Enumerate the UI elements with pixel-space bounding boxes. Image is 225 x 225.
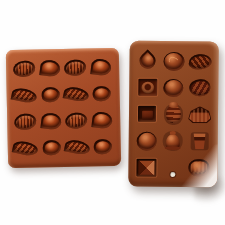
scallop-shell-chocolate (14, 62, 33, 76)
onion-drop-cavity (136, 50, 159, 73)
round-ball-chocolate (138, 133, 155, 149)
snail-shell-chocolate (95, 88, 109, 99)
cavity-conch-drop (37, 55, 63, 82)
scallop-shell-cavity (65, 112, 89, 131)
cavity-conch-drop (88, 54, 114, 81)
spiral-horn-chocolate (65, 88, 87, 101)
cavity-pot (186, 128, 213, 155)
product-photo (0, 0, 225, 225)
rose-swirl-cavity (190, 80, 211, 97)
oval-dome-cavity (189, 159, 210, 176)
spiral-horn-cavity (64, 139, 91, 157)
round-dome-cavity (164, 79, 184, 97)
pot-cavity (190, 132, 208, 150)
round-ball-cavity (137, 131, 157, 150)
left-mold-grid (11, 54, 116, 162)
fan-shell-cavity (188, 106, 211, 123)
cavity-spiral-horn (64, 134, 90, 161)
ridged-log-cavity (188, 53, 212, 70)
bell-chocolate (166, 134, 180, 148)
onion-drop-chocolate (139, 53, 156, 70)
cavity-conch-drop (89, 107, 115, 134)
figurine-cavity (164, 104, 183, 125)
spiral-horn-chocolate (13, 89, 35, 102)
cavity-spiral-horn (11, 82, 37, 109)
cavity-ring-in-square (134, 74, 161, 101)
square-block-cavity (137, 105, 157, 123)
conch-drop-cavity (90, 58, 112, 76)
cavity-pyramid (133, 154, 160, 181)
cavity-hang-hole (160, 154, 187, 181)
cavity-scallop-shell (11, 56, 37, 83)
cavity-scallop-shell (12, 109, 38, 136)
square-block-chocolate (142, 111, 153, 120)
oval-dome-chocolate (191, 161, 208, 174)
round-truffle-chocolate (165, 53, 183, 69)
pyramid-chocolate (139, 160, 155, 174)
cavity-scallop-shell (62, 54, 88, 81)
cavity-oval-dome (186, 155, 213, 182)
spiral-horn-cavity (63, 86, 90, 104)
scallop-shell-cavity (13, 113, 37, 132)
cavity-onion-drop (134, 48, 161, 75)
cavity-ridged-log (187, 48, 214, 75)
snail-shell-chocolate (96, 141, 110, 152)
rose-swirl-chocolate (191, 81, 209, 95)
pyramid-cavity (135, 157, 157, 177)
scallop-shell-cavity (64, 59, 88, 78)
conch-drop-chocolate (93, 61, 110, 75)
conch-drop-chocolate (94, 114, 111, 128)
fan-shell-chocolate (189, 107, 210, 122)
scallop-shell-chocolate (15, 115, 34, 129)
spiral-horn-chocolate (66, 141, 88, 154)
bell-cavity (163, 131, 183, 151)
conch-drop-cavity (92, 111, 114, 129)
rect-assorted-mold (128, 41, 219, 188)
spiral-horn-cavity (11, 87, 38, 105)
cavity-spiral-horn (13, 135, 39, 162)
cavity-snail-shell (89, 80, 115, 107)
conch-drop-chocolate (42, 115, 59, 129)
conch-drop-cavity (40, 112, 62, 130)
cavity-spiral-horn (63, 81, 89, 108)
cavity-bell (160, 128, 187, 155)
ring-in-square-chocolate (141, 82, 154, 94)
cavity-square-block (134, 101, 161, 128)
cavity-scallop-shell (64, 107, 90, 134)
cavity-snail-shell (38, 134, 64, 161)
spiral-horn-cavity (12, 140, 39, 158)
ring-in-square-cavity (137, 78, 158, 97)
right-mold-grid (133, 48, 213, 182)
spiral-horn-chocolate (15, 142, 37, 155)
snail-shell-cavity (93, 86, 111, 101)
snail-shell-chocolate (43, 89, 57, 100)
conch-drop-cavity (39, 59, 61, 77)
snail-shell-cavity (42, 140, 60, 155)
cavity-figurine (160, 101, 187, 128)
snail-shell-cavity (94, 139, 112, 154)
square-seashell-mold (6, 48, 121, 168)
round-truffle-cavity (163, 52, 184, 71)
hang-hole (170, 172, 175, 177)
scallop-shell-chocolate (67, 114, 86, 128)
round-dome-chocolate (165, 80, 182, 95)
scallop-shell-cavity (12, 60, 36, 79)
cavity-snail-shell (90, 133, 116, 160)
snail-shell-cavity (41, 87, 59, 102)
cavity-round-ball (134, 127, 161, 154)
conch-drop-chocolate (41, 62, 58, 76)
pot-chocolate (193, 133, 206, 149)
cavity-fan-shell (187, 101, 214, 128)
ridged-log-chocolate (190, 55, 210, 69)
cavity-round-truffle (161, 48, 188, 75)
cavity-round-dome (160, 74, 187, 101)
scallop-shell-chocolate (66, 61, 85, 75)
figurine-chocolate (166, 105, 181, 123)
cavity-rose-swirl (187, 75, 214, 102)
cavity-snail-shell (37, 82, 63, 109)
cavity-conch-drop (38, 108, 64, 135)
snail-shell-chocolate (44, 142, 58, 153)
